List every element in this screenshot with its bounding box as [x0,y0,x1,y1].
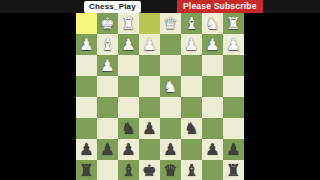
square-f7[interactable]: ♟ [118,139,139,160]
piece-bB-f8: ♝ [121,160,135,180]
top-bar: Chess_Play Please Subscribe [0,0,320,13]
square-b7[interactable]: ♟ [202,139,223,160]
square-d6[interactable] [160,118,181,139]
square-f6[interactable]: ♞ [118,118,139,139]
square-c3[interactable] [181,55,202,76]
square-h7[interactable]: ♟ [76,139,97,160]
square-a6[interactable] [223,118,244,139]
chess-board: ♚♜♛♝♞♜♟♝♟♟♟♟♟♟♞♞♟♞♟♟♟♟♟♟♜♝♚♛♝♜ [76,13,244,180]
square-a3[interactable] [223,55,244,76]
square-b4[interactable] [202,76,223,97]
piece-wK-g1: ♚ [100,13,114,34]
square-e4[interactable] [139,76,160,97]
square-e3[interactable] [139,55,160,76]
piece-wN-d4: ♞ [163,76,177,97]
subscribe-badge[interactable]: Please Subscribe [177,0,263,13]
square-h1[interactable] [76,13,97,34]
square-f1[interactable]: ♜ [118,13,139,34]
square-b5[interactable] [202,97,223,118]
piece-wB-c1: ♝ [184,13,198,34]
piece-bQ-d8: ♛ [163,160,177,180]
channel-name-badge: Chess_Play [84,1,141,13]
square-c1[interactable]: ♝ [181,13,202,34]
piece-wR-f1: ♜ [121,13,135,34]
square-e6[interactable]: ♟ [139,118,160,139]
piece-bP-f7: ♟ [121,139,135,160]
square-g1[interactable]: ♚ [97,13,118,34]
square-e5[interactable] [139,97,160,118]
square-e2[interactable]: ♟ [139,34,160,55]
square-c5[interactable] [181,97,202,118]
square-g8[interactable] [97,160,118,180]
piece-bN-c6: ♞ [184,118,198,139]
square-a5[interactable] [223,97,244,118]
piece-wP-f2: ♟ [121,34,135,55]
square-c6[interactable]: ♞ [181,118,202,139]
piece-bP-a7: ♟ [226,139,240,160]
square-b6[interactable] [202,118,223,139]
piece-bR-a8: ♜ [226,160,240,180]
piece-wP-h2: ♟ [79,34,93,55]
square-c8[interactable]: ♝ [181,160,202,180]
square-b2[interactable]: ♟ [202,34,223,55]
piece-bP-d7: ♟ [163,139,177,160]
square-f5[interactable] [118,97,139,118]
square-a2[interactable]: ♟ [223,34,244,55]
piece-wQ-d1: ♛ [163,13,177,34]
square-a7[interactable]: ♟ [223,139,244,160]
piece-bR-h8: ♜ [79,160,93,180]
piece-wP-b2: ♟ [205,34,219,55]
square-d3[interactable] [160,55,181,76]
square-h2[interactable]: ♟ [76,34,97,55]
square-c7[interactable] [181,139,202,160]
square-d8[interactable]: ♛ [160,160,181,180]
square-b3[interactable] [202,55,223,76]
piece-wP-a2: ♟ [226,34,240,55]
square-f8[interactable]: ♝ [118,160,139,180]
square-d1[interactable]: ♛ [160,13,181,34]
square-c2[interactable]: ♟ [181,34,202,55]
square-f4[interactable] [118,76,139,97]
square-h5[interactable] [76,97,97,118]
piece-bP-h7: ♟ [79,139,93,160]
square-b1[interactable]: ♞ [202,13,223,34]
square-g3[interactable]: ♟ [97,55,118,76]
piece-bP-g7: ♟ [100,139,114,160]
square-h6[interactable] [76,118,97,139]
square-d5[interactable] [160,97,181,118]
video-frame: Chess_Play Please Subscribe ♚♜♛♝♞♜♟♝♟♟♟♟… [0,0,320,180]
piece-wP-c2: ♟ [184,34,198,55]
square-a1[interactable]: ♜ [223,13,244,34]
piece-bP-b7: ♟ [205,139,219,160]
piece-bN-f6: ♞ [121,118,135,139]
square-f2[interactable]: ♟ [118,34,139,55]
piece-wB-g2: ♝ [100,34,114,55]
square-a4[interactable] [223,76,244,97]
square-h3[interactable] [76,55,97,76]
piece-bK-e8: ♚ [142,160,156,180]
square-h4[interactable] [76,76,97,97]
square-e8[interactable]: ♚ [139,160,160,180]
square-g4[interactable] [97,76,118,97]
square-g7[interactable]: ♟ [97,139,118,160]
square-e1[interactable] [139,13,160,34]
piece-wN-b1: ♞ [205,13,219,34]
square-d4[interactable]: ♞ [160,76,181,97]
piece-wR-a1: ♜ [226,13,240,34]
piece-bP-e6: ♟ [142,118,156,139]
square-h8[interactable]: ♜ [76,160,97,180]
square-g5[interactable] [97,97,118,118]
square-d7[interactable]: ♟ [160,139,181,160]
square-a8[interactable]: ♜ [223,160,244,180]
piece-wP-g3: ♟ [100,55,114,76]
square-g2[interactable]: ♝ [97,34,118,55]
piece-bB-c8: ♝ [184,160,198,180]
square-c4[interactable] [181,76,202,97]
square-b8[interactable] [202,160,223,180]
square-g6[interactable] [97,118,118,139]
square-d2[interactable] [160,34,181,55]
square-e7[interactable] [139,139,160,160]
piece-wP-e2: ♟ [142,34,156,55]
square-f3[interactable] [118,55,139,76]
